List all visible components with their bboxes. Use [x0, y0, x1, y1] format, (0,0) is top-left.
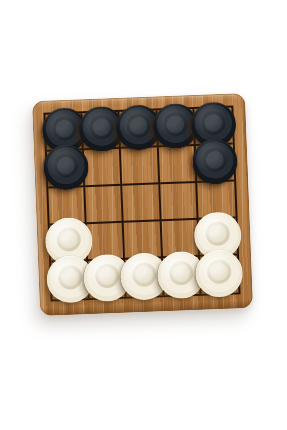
- white-piece[interactable]: [195, 249, 244, 298]
- cell-r2c3[interactable]: [121, 147, 160, 185]
- cell-r5c5[interactable]: [200, 255, 239, 293]
- black-piece[interactable]: [42, 144, 89, 191]
- product-photo: [0, 0, 287, 430]
- cell-r3c4[interactable]: [160, 183, 199, 221]
- cell-r1c4[interactable]: [157, 109, 196, 147]
- board-grid: [43, 105, 240, 301]
- cell-r3c2[interactable]: [85, 186, 124, 224]
- cell-r2c5[interactable]: [196, 144, 235, 182]
- game-board: [32, 93, 253, 316]
- black-piece[interactable]: [192, 138, 239, 185]
- cell-r2c1[interactable]: [47, 150, 86, 188]
- cell-r2c2[interactable]: [84, 149, 123, 187]
- cell-r2c4[interactable]: [158, 146, 197, 184]
- cell-r3c3[interactable]: [123, 184, 162, 222]
